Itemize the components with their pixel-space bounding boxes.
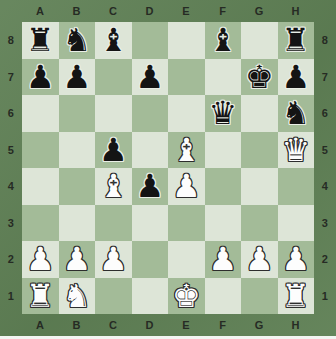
square-a2[interactable]: ♟ [22, 241, 59, 278]
square-c2[interactable]: ♟ [95, 241, 132, 278]
rank-label-1-right: 1 [314, 278, 336, 315]
file-label-b-bottom: B [59, 314, 96, 336]
square-c1[interactable] [95, 278, 132, 315]
piece-black-knight[interactable]: ♞ [281, 95, 310, 132]
square-f5[interactable] [205, 132, 242, 169]
square-c8[interactable]: ♝ [95, 22, 132, 59]
rank-label-4-left: 4 [0, 168, 22, 205]
piece-white-rook[interactable]: ♜ [26, 278, 55, 315]
square-f7[interactable] [205, 59, 242, 96]
square-c7[interactable] [95, 59, 132, 96]
file-label-c-bottom: C [95, 314, 132, 336]
file-label-c-top: C [95, 0, 132, 22]
square-h8[interactable]: ♜ [278, 22, 315, 59]
square-a4[interactable] [22, 168, 59, 205]
chess-board-screenshot: ABCDEFGH8♜♞♝♝♜87♟♟♟♚♟76♛♞65♟♝♛54♝♟♟4332♟… [0, 0, 336, 339]
square-h1[interactable]: ♜ [278, 278, 315, 315]
square-c5[interactable]: ♟ [95, 132, 132, 169]
square-g8[interactable] [241, 22, 278, 59]
frame-corner-top-left [0, 0, 22, 22]
square-f8[interactable]: ♝ [205, 22, 242, 59]
rank-label-5-right: 5 [314, 132, 336, 169]
square-c6[interactable] [95, 95, 132, 132]
square-h3[interactable] [278, 205, 315, 242]
file-label-f-bottom: F [205, 314, 242, 336]
square-h4[interactable] [278, 168, 315, 205]
rank-label-2-left: 2 [0, 241, 22, 278]
square-b1[interactable]: ♞ [59, 278, 96, 315]
square-c3[interactable] [95, 205, 132, 242]
square-d2[interactable] [132, 241, 169, 278]
rank-label-7-left: 7 [0, 59, 22, 96]
file-label-h-bottom: H [278, 314, 315, 336]
square-g2[interactable]: ♟ [241, 241, 278, 278]
file-label-d-top: D [132, 0, 169, 22]
piece-white-pawn[interactable]: ♟ [26, 241, 55, 278]
square-b5[interactable] [59, 132, 96, 169]
frame-corner-top-right [314, 0, 336, 22]
square-f1[interactable] [205, 278, 242, 315]
piece-white-king[interactable]: ♚ [172, 278, 201, 315]
piece-white-pawn[interactable]: ♟ [99, 241, 128, 278]
square-d5[interactable] [132, 132, 169, 169]
square-c4[interactable]: ♝ [95, 168, 132, 205]
piece-white-pawn[interactable]: ♟ [245, 241, 274, 278]
square-a3[interactable] [22, 205, 59, 242]
square-d4[interactable]: ♟ [132, 168, 169, 205]
piece-white-knight[interactable]: ♞ [62, 278, 91, 315]
square-h7[interactable]: ♟ [278, 59, 315, 96]
piece-white-pawn[interactable]: ♟ [62, 241, 91, 278]
square-b4[interactable] [59, 168, 96, 205]
piece-white-pawn[interactable]: ♟ [172, 168, 201, 205]
rank-label-3-left: 3 [0, 205, 22, 242]
piece-white-bishop[interactable]: ♝ [99, 168, 128, 205]
piece-black-bishop[interactable]: ♝ [99, 22, 128, 59]
square-b8[interactable]: ♞ [59, 22, 96, 59]
square-f2[interactable]: ♟ [205, 241, 242, 278]
piece-black-rook[interactable]: ♜ [26, 22, 55, 59]
square-e7[interactable] [168, 59, 205, 96]
square-d1[interactable] [132, 278, 169, 315]
piece-white-bishop[interactable]: ♝ [172, 132, 201, 169]
square-e4[interactable]: ♟ [168, 168, 205, 205]
rank-label-5-left: 5 [0, 132, 22, 169]
piece-black-pawn[interactable]: ♟ [135, 59, 164, 96]
rank-label-4-right: 4 [314, 168, 336, 205]
chess-board: ABCDEFGH8♜♞♝♝♜87♟♟♟♚♟76♛♞65♟♝♛54♝♟♟4332♟… [0, 0, 336, 336]
frame-corner-bottom-right [314, 314, 336, 336]
piece-black-pawn[interactable]: ♟ [99, 132, 128, 169]
square-g4[interactable] [241, 168, 278, 205]
square-f6[interactable]: ♛ [205, 95, 242, 132]
file-label-b-top: B [59, 0, 96, 22]
square-g1[interactable] [241, 278, 278, 315]
square-f4[interactable] [205, 168, 242, 205]
square-b6[interactable] [59, 95, 96, 132]
piece-white-pawn[interactable]: ♟ [208, 241, 237, 278]
file-label-e-bottom: E [168, 314, 205, 336]
rank-label-1-left: 1 [0, 278, 22, 315]
rank-label-8-right: 8 [314, 22, 336, 59]
square-g7[interactable]: ♚ [241, 59, 278, 96]
piece-white-queen[interactable]: ♛ [281, 132, 310, 169]
square-h5[interactable]: ♛ [278, 132, 315, 169]
file-label-h-top: H [278, 0, 315, 22]
square-f3[interactable] [205, 205, 242, 242]
piece-black-bishop[interactable]: ♝ [208, 22, 237, 59]
file-label-g-top: G [241, 0, 278, 22]
square-e3[interactable] [168, 205, 205, 242]
square-a8[interactable]: ♜ [22, 22, 59, 59]
square-e1[interactable]: ♚ [168, 278, 205, 315]
rank-label-8-left: 8 [0, 22, 22, 59]
rank-label-2-right: 2 [314, 241, 336, 278]
file-label-a-bottom: A [22, 314, 59, 336]
square-e5[interactable]: ♝ [168, 132, 205, 169]
square-b2[interactable]: ♟ [59, 241, 96, 278]
square-h6[interactable]: ♞ [278, 95, 315, 132]
file-label-g-bottom: G [241, 314, 278, 336]
piece-black-rook[interactable]: ♜ [281, 22, 310, 59]
rank-label-3-right: 3 [314, 205, 336, 242]
piece-black-pawn[interactable]: ♟ [135, 168, 164, 205]
piece-black-pawn[interactable]: ♟ [281, 59, 310, 96]
piece-black-pawn[interactable]: ♟ [26, 59, 55, 96]
square-h2[interactable]: ♟ [278, 241, 315, 278]
square-g3[interactable] [241, 205, 278, 242]
file-label-d-bottom: D [132, 314, 169, 336]
file-label-e-top: E [168, 0, 205, 22]
square-e8[interactable] [168, 22, 205, 59]
square-e2[interactable] [168, 241, 205, 278]
piece-white-pawn[interactable]: ♟ [281, 241, 310, 278]
piece-black-knight[interactable]: ♞ [62, 22, 91, 59]
rank-label-6-right: 6 [314, 95, 336, 132]
piece-black-queen[interactable]: ♛ [208, 95, 237, 132]
square-d6[interactable] [132, 95, 169, 132]
piece-black-pawn[interactable]: ♟ [62, 59, 91, 96]
piece-white-rook[interactable]: ♜ [281, 278, 310, 315]
square-d3[interactable] [132, 205, 169, 242]
file-label-a-top: A [22, 0, 59, 22]
piece-black-king[interactable]: ♚ [245, 59, 274, 96]
rank-label-7-right: 7 [314, 59, 336, 96]
square-g5[interactable] [241, 132, 278, 169]
square-e6[interactable] [168, 95, 205, 132]
square-a7[interactable]: ♟ [22, 59, 59, 96]
square-a1[interactable]: ♜ [22, 278, 59, 315]
square-a5[interactable] [22, 132, 59, 169]
square-b3[interactable] [59, 205, 96, 242]
square-g6[interactable] [241, 95, 278, 132]
file-label-f-top: F [205, 0, 242, 22]
square-b7[interactable]: ♟ [59, 59, 96, 96]
rank-label-6-left: 6 [0, 95, 22, 132]
frame-corner-bottom-left [0, 314, 22, 336]
square-d7[interactable]: ♟ [132, 59, 169, 96]
square-d8[interactable] [132, 22, 169, 59]
square-a6[interactable] [22, 95, 59, 132]
